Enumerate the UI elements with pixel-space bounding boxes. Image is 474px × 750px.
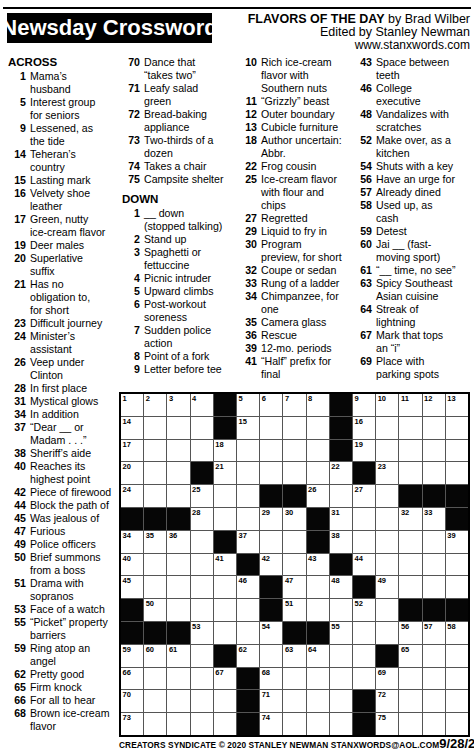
grid-cell-number: 57 bbox=[424, 622, 432, 631]
clue-number: 2 bbox=[119, 233, 144, 246]
down-clues-list-continued: 10Rich ice-cream flavor with Southern nu… bbox=[234, 56, 347, 381]
grid-cell[interactable] bbox=[283, 531, 305, 553]
grid-cell[interactable]: 42 bbox=[260, 554, 282, 576]
clue-text: Regretted bbox=[261, 212, 308, 225]
grid-cell[interactable]: 17 bbox=[121, 440, 143, 462]
grid-cell-black bbox=[423, 599, 445, 621]
clue-text: Rescue bbox=[261, 329, 297, 342]
grid-cell-number: 45 bbox=[123, 576, 131, 585]
clue-number: 17 bbox=[5, 213, 30, 239]
grid-cell[interactable] bbox=[283, 440, 305, 462]
grid-cell[interactable] bbox=[144, 576, 166, 598]
clue-text: Spaghetti or fettuccine bbox=[144, 246, 201, 272]
grid-cell[interactable] bbox=[167, 554, 189, 576]
grid-cell[interactable]: 18 bbox=[214, 440, 236, 462]
clue-down-9: 9Letter before tee bbox=[119, 363, 232, 376]
grid-cell[interactable]: 22 bbox=[330, 462, 352, 484]
clue-number: 66 bbox=[5, 694, 30, 707]
grid-cell[interactable] bbox=[376, 531, 398, 553]
grid-cell-black bbox=[237, 554, 259, 576]
grid-cell[interactable] bbox=[330, 668, 352, 690]
clue-number: 70 bbox=[119, 56, 144, 82]
clue-text: Program preview, for short bbox=[261, 238, 342, 264]
grid-cell[interactable]: 16 bbox=[353, 417, 375, 439]
grid-cell[interactable]: 28 bbox=[191, 508, 213, 530]
grid-cell[interactable] bbox=[446, 576, 468, 598]
clue-text: Detest bbox=[376, 225, 407, 238]
grid-cell[interactable] bbox=[214, 690, 236, 712]
grid-cell-number: 38 bbox=[331, 531, 339, 540]
grid-cell-number: 2 bbox=[146, 394, 150, 403]
grid-cell[interactable] bbox=[307, 576, 329, 598]
grid-cell-black bbox=[353, 690, 375, 712]
clue-number: 12 bbox=[234, 108, 261, 121]
clue-across-16: 16Velvety shoe leather bbox=[5, 187, 118, 213]
grid-cell[interactable]: 29 bbox=[260, 508, 282, 530]
grid-cell[interactable]: 61 bbox=[167, 645, 189, 667]
grid-cell[interactable] bbox=[330, 645, 352, 667]
grid-cell[interactable]: 33 bbox=[423, 508, 445, 530]
clue-number: 24 bbox=[5, 330, 30, 356]
clue-text: Rich ice-cream flavor with Southern nuts bbox=[261, 56, 332, 95]
grid-cell[interactable] bbox=[167, 417, 189, 439]
grid-cell[interactable] bbox=[191, 690, 213, 712]
grid-cell[interactable] bbox=[237, 622, 259, 644]
grid-cell[interactable] bbox=[307, 690, 329, 712]
clue-down-36: 36Rescue bbox=[234, 329, 347, 342]
grid-cell[interactable]: 46 bbox=[237, 576, 259, 598]
grid-cell[interactable] bbox=[423, 576, 445, 598]
clue-number: 75 bbox=[119, 173, 144, 186]
grid-cell[interactable] bbox=[446, 713, 468, 735]
grid-cell[interactable]: 3 bbox=[167, 394, 189, 416]
grid-cell[interactable]: 57 bbox=[423, 622, 445, 644]
clue-text: Author uncertain: Abbr. bbox=[261, 134, 342, 160]
grid-cell[interactable] bbox=[376, 440, 398, 462]
grid-cell[interactable]: 13 bbox=[446, 394, 468, 416]
grid-cell[interactable] bbox=[353, 622, 375, 644]
grid-cell-number: 52 bbox=[355, 599, 363, 608]
grid-cell[interactable]: 27 bbox=[353, 485, 375, 507]
grid-cell[interactable]: 23 bbox=[376, 462, 398, 484]
grid-cell[interactable]: 62 bbox=[237, 645, 259, 667]
grid-cell-black bbox=[307, 531, 329, 553]
clue-number: 5 bbox=[5, 96, 30, 122]
grid-cell[interactable] bbox=[376, 622, 398, 644]
grid-cell[interactable] bbox=[237, 440, 259, 462]
grid-cell[interactable] bbox=[144, 440, 166, 462]
clue-text: Jai __ (fast- moving sport) bbox=[376, 238, 440, 264]
grid-cell[interactable] bbox=[399, 462, 421, 484]
newspaper-crossword-page: Newsday Crossword FLAVORS OF THE DAY by … bbox=[0, 0, 474, 750]
grid-cell[interactable] bbox=[446, 668, 468, 690]
clue-number: 42 bbox=[5, 486, 30, 499]
grid-cell[interactable]: 64 bbox=[307, 645, 329, 667]
clue-across-47: 47Furious bbox=[5, 525, 118, 538]
grid-cell[interactable]: 45 bbox=[121, 576, 143, 598]
grid-cell[interactable] bbox=[330, 690, 352, 712]
clue-number: 47 bbox=[5, 525, 30, 538]
grid-cell[interactable]: 50 bbox=[144, 599, 166, 621]
grid-cell[interactable] bbox=[307, 599, 329, 621]
grid-cell[interactable] bbox=[446, 417, 468, 439]
grid-cell[interactable]: 48 bbox=[330, 576, 352, 598]
grid-cell[interactable]: 36 bbox=[167, 531, 189, 553]
grid-cell[interactable] bbox=[376, 554, 398, 576]
grid-cell[interactable] bbox=[446, 645, 468, 667]
grid-cell[interactable] bbox=[330, 713, 352, 735]
grid-cell[interactable]: 54 bbox=[260, 622, 282, 644]
grid-cell[interactable]: 10 bbox=[376, 394, 398, 416]
grid-cell[interactable] bbox=[283, 462, 305, 484]
grid-cell-number: 35 bbox=[146, 531, 154, 540]
clue-number: 25 bbox=[234, 173, 261, 212]
clue-number: 1 bbox=[119, 207, 144, 233]
clue-across-73: 73Two-thirds of a dozen bbox=[119, 134, 232, 160]
grid-cell[interactable] bbox=[191, 645, 213, 667]
grid-cell-number: 70 bbox=[123, 690, 131, 699]
clue-text: Picnic intruder bbox=[144, 272, 211, 285]
grid-cell-number: 17 bbox=[123, 440, 131, 449]
grid-cell-number: 67 bbox=[215, 668, 223, 677]
clue-across-51: 51Drama with sopranos bbox=[5, 577, 118, 603]
clue-across-66: 66For all to hear bbox=[5, 694, 118, 707]
grid-cell[interactable]: 7 bbox=[283, 394, 305, 416]
grid-cell[interactable] bbox=[399, 531, 421, 553]
grid-cell[interactable]: 40 bbox=[121, 554, 143, 576]
clue-text: Lasting mark bbox=[30, 174, 91, 187]
grid-cell-number: 58 bbox=[447, 622, 455, 631]
grid-cell[interactable] bbox=[330, 485, 352, 507]
grid-cell[interactable] bbox=[399, 713, 421, 735]
grid-cell-black bbox=[446, 485, 468, 507]
grid-cell[interactable] bbox=[167, 462, 189, 484]
clue-text: Lessened, as the tide bbox=[30, 122, 93, 148]
grid-cell-number: 43 bbox=[308, 554, 316, 563]
grid-cell[interactable] bbox=[423, 462, 445, 484]
grid-cell[interactable] bbox=[376, 508, 398, 530]
clue-text: Make over, as a kitchen bbox=[376, 134, 451, 160]
grid-cell[interactable] bbox=[191, 599, 213, 621]
grid-cell[interactable]: 25 bbox=[191, 485, 213, 507]
grid-cell[interactable] bbox=[446, 690, 468, 712]
grid-cell[interactable]: 53 bbox=[191, 622, 213, 644]
grid-cell[interactable]: 41 bbox=[214, 554, 236, 576]
grid-cell-number: 73 bbox=[123, 713, 131, 722]
grid-cell[interactable]: 1 bbox=[121, 394, 143, 416]
grid-cell-number: 26 bbox=[308, 485, 316, 494]
grid-cell[interactable] bbox=[167, 690, 189, 712]
grid-cell[interactable] bbox=[446, 440, 468, 462]
clue-text: Brief summons from a boss bbox=[30, 551, 101, 577]
clue-across-23: 23Difficult journey bbox=[5, 317, 118, 330]
clue-down-33: 33Rung of a ladder bbox=[234, 277, 347, 290]
grid-cell[interactable] bbox=[307, 668, 329, 690]
grid-cell[interactable] bbox=[214, 576, 236, 598]
clue-across-40: 40Reaches its highest point bbox=[5, 460, 118, 486]
clue-down-3: 3Spaghetti or fettuccine bbox=[119, 246, 232, 272]
grid-cell[interactable]: 63 bbox=[283, 645, 305, 667]
grid-cell[interactable] bbox=[330, 599, 352, 621]
grid-cell[interactable] bbox=[144, 668, 166, 690]
grid-cell-black bbox=[144, 622, 166, 644]
grid-cell[interactable]: 65 bbox=[399, 645, 421, 667]
grid-cell-number: 12 bbox=[424, 394, 432, 403]
grid-cell[interactable]: 21 bbox=[214, 462, 236, 484]
grid-cell[interactable]: 35 bbox=[144, 531, 166, 553]
clue-text: Brown ice-cream flavor bbox=[30, 707, 109, 733]
grid-cell[interactable] bbox=[353, 531, 375, 553]
grid-cell[interactable]: 11 bbox=[399, 394, 421, 416]
grid-cell[interactable]: 47 bbox=[283, 576, 305, 598]
grid-cell[interactable]: 70 bbox=[121, 690, 143, 712]
grid-cell[interactable] bbox=[191, 417, 213, 439]
grid-cell[interactable] bbox=[191, 440, 213, 462]
clue-down-30: 30Program preview, for short bbox=[234, 238, 347, 264]
grid-cell-black bbox=[167, 508, 189, 530]
grid-cell-number: 32 bbox=[401, 508, 409, 517]
grid-cell[interactable] bbox=[167, 599, 189, 621]
grid-cell[interactable]: 56 bbox=[399, 622, 421, 644]
grid-cell[interactable] bbox=[353, 508, 375, 530]
grid-cell[interactable] bbox=[144, 462, 166, 484]
grid-cell[interactable] bbox=[307, 417, 329, 439]
grid-cell[interactable]: 59 bbox=[121, 645, 143, 667]
clue-number: 44 bbox=[5, 499, 30, 512]
clue-across-14: 14Teheran’s country bbox=[5, 148, 118, 174]
grid-cell[interactable]: 8 bbox=[307, 394, 329, 416]
grid-cell[interactable] bbox=[237, 485, 259, 507]
byline-block: FLAVORS OF THE DAY by Brad Wilber Edited… bbox=[248, 13, 470, 52]
grid-cell-number: 63 bbox=[285, 645, 293, 654]
clue-text: Interest group for seniors bbox=[30, 96, 95, 122]
grid-cell[interactable] bbox=[144, 485, 166, 507]
grid-cell[interactable] bbox=[423, 417, 445, 439]
grid-cell[interactable] bbox=[167, 668, 189, 690]
grid-cell[interactable] bbox=[167, 440, 189, 462]
clue-number: 58 bbox=[349, 199, 376, 225]
grid-cell[interactable]: 30 bbox=[283, 508, 305, 530]
grid-cell[interactable]: 12 bbox=[423, 394, 445, 416]
grid-cell[interactable]: 71 bbox=[260, 690, 282, 712]
grid-cell[interactable] bbox=[167, 713, 189, 735]
grid-cell[interactable] bbox=[283, 417, 305, 439]
grid-cell[interactable]: 51 bbox=[283, 599, 305, 621]
grid-cell[interactable] bbox=[260, 417, 282, 439]
grid-cell[interactable]: 14 bbox=[121, 417, 143, 439]
clue-text: Teheran’s country bbox=[30, 148, 76, 174]
grid-cell[interactable] bbox=[376, 485, 398, 507]
website-link[interactable]: www.stanxwords.com bbox=[248, 39, 470, 52]
grid-cell[interactable] bbox=[399, 417, 421, 439]
clue-text: “Dear __ or Madam . . .” bbox=[30, 421, 87, 447]
clue-text: In addition bbox=[30, 408, 79, 421]
grid-cell[interactable]: 5 bbox=[237, 394, 259, 416]
grid-cell[interactable]: 60 bbox=[144, 645, 166, 667]
grid-cell[interactable]: 67 bbox=[214, 668, 236, 690]
clue-text: Space between teeth bbox=[376, 56, 449, 82]
clue-number: 69 bbox=[349, 355, 376, 381]
grid-cell[interactable]: 73 bbox=[121, 713, 143, 735]
grid-cell[interactable] bbox=[399, 440, 421, 462]
grid-cell[interactable]: 4 bbox=[191, 394, 213, 416]
grid-cell[interactable] bbox=[191, 713, 213, 735]
clue-text: Mama’s husband bbox=[30, 70, 71, 96]
grid-cell[interactable] bbox=[283, 668, 305, 690]
grid-cell[interactable]: 66 bbox=[121, 668, 143, 690]
grid-cell[interactable] bbox=[214, 713, 236, 735]
clue-text: Point of a fork bbox=[144, 350, 209, 363]
grid-cell[interactable] bbox=[283, 713, 305, 735]
grid-cell-number: 18 bbox=[215, 440, 223, 449]
grid-cell[interactable] bbox=[307, 462, 329, 484]
grid-cell[interactable]: 9 bbox=[353, 394, 375, 416]
grid-cell[interactable]: 72 bbox=[376, 690, 398, 712]
grid-cell[interactable] bbox=[423, 668, 445, 690]
grid-cell[interactable] bbox=[423, 554, 445, 576]
grid-cell[interactable] bbox=[283, 554, 305, 576]
grid-cell[interactable] bbox=[214, 599, 236, 621]
grid-cell[interactable] bbox=[167, 485, 189, 507]
grid-cell[interactable] bbox=[399, 690, 421, 712]
grid-cell-number: 23 bbox=[378, 462, 386, 471]
grid-cell[interactable]: 31 bbox=[330, 508, 352, 530]
grid-cell[interactable]: 75 bbox=[376, 713, 398, 735]
down-clues-list: 1__ down (stopped talking)2Stand up3Spag… bbox=[119, 207, 232, 376]
grid-cell[interactable]: 52 bbox=[353, 599, 375, 621]
grid-cell[interactable] bbox=[214, 622, 236, 644]
grid-cell[interactable] bbox=[144, 554, 166, 576]
clue-number: 57 bbox=[349, 186, 376, 199]
grid-cell[interactable]: 2 bbox=[144, 394, 166, 416]
grid-cell[interactable]: 49 bbox=[376, 576, 398, 598]
clue-number: 22 bbox=[234, 160, 261, 173]
grid-cell[interactable]: 38 bbox=[330, 531, 352, 553]
grid-cell[interactable]: 6 bbox=[260, 394, 282, 416]
grid-cell[interactable]: 39 bbox=[446, 531, 468, 553]
grid-cell[interactable]: 69 bbox=[376, 668, 398, 690]
grid-cell-number: 40 bbox=[123, 554, 131, 563]
puzzle-date: 9/28/20 bbox=[439, 736, 474, 750]
clue-number: 30 bbox=[234, 238, 261, 264]
grid-cell[interactable] bbox=[167, 576, 189, 598]
grid-cell[interactable] bbox=[423, 645, 445, 667]
grid-cell[interactable] bbox=[446, 462, 468, 484]
grid-cell[interactable] bbox=[191, 531, 213, 553]
grid-cell-black bbox=[330, 394, 352, 416]
grid-cell[interactable]: 58 bbox=[446, 622, 468, 644]
grid-cell[interactable] bbox=[260, 440, 282, 462]
grid-cell[interactable] bbox=[307, 713, 329, 735]
clue-across-71: 71Leafy salad green bbox=[119, 82, 232, 108]
clue-text: Mystical glows bbox=[30, 395, 98, 408]
grid-cell[interactable]: 44 bbox=[353, 554, 375, 576]
grid-cell[interactable] bbox=[283, 690, 305, 712]
grid-cell[interactable] bbox=[260, 531, 282, 553]
grid-cell-black bbox=[237, 668, 259, 690]
grid-cell[interactable] bbox=[237, 599, 259, 621]
grid-cell[interactable] bbox=[214, 508, 236, 530]
grid-cell[interactable] bbox=[237, 462, 259, 484]
grid-cell[interactable]: 74 bbox=[260, 713, 282, 735]
grid-cell[interactable] bbox=[191, 668, 213, 690]
grid-cell-number: 6 bbox=[262, 394, 266, 403]
grid-cell[interactable] bbox=[214, 485, 236, 507]
grid-cell[interactable]: 34 bbox=[121, 531, 143, 553]
grid-cell[interactable] bbox=[399, 668, 421, 690]
clue-text: Veep under Clinton bbox=[30, 356, 84, 382]
grid-cell[interactable] bbox=[376, 417, 398, 439]
clue-text: Camera glass bbox=[261, 316, 326, 329]
grid-cell-black bbox=[446, 599, 468, 621]
grid-cell-number: 46 bbox=[239, 576, 247, 585]
grid-cell[interactable] bbox=[237, 508, 259, 530]
grid-cell[interactable] bbox=[376, 599, 398, 621]
grid-cell-number: 71 bbox=[262, 690, 270, 699]
grid-cell[interactable] bbox=[144, 690, 166, 712]
grid-cell[interactable]: 19 bbox=[353, 440, 375, 462]
grid-cell[interactable] bbox=[399, 576, 421, 598]
clue-text: Post-workout soreness bbox=[144, 298, 206, 324]
grid-cell-number: 61 bbox=[169, 645, 177, 654]
grid-cell[interactable]: 37 bbox=[237, 531, 259, 553]
grid-cell[interactable] bbox=[423, 531, 445, 553]
grid-cell[interactable] bbox=[144, 713, 166, 735]
grid-cell[interactable]: 24 bbox=[121, 485, 143, 507]
clue-across-38: 38Sheriff’s aide bbox=[5, 447, 118, 460]
grid-cell-black bbox=[399, 599, 421, 621]
grid-cell[interactable] bbox=[446, 554, 468, 576]
grid-cell[interactable] bbox=[307, 440, 329, 462]
clue-across-62: 62Pretty good bbox=[5, 668, 118, 681]
grid-cell[interactable] bbox=[423, 690, 445, 712]
grid-cell[interactable] bbox=[191, 554, 213, 576]
clue-number: 5 bbox=[119, 285, 144, 298]
grid-cell-number: 72 bbox=[378, 690, 386, 699]
grid-cell[interactable] bbox=[191, 576, 213, 598]
grid-cell[interactable] bbox=[353, 668, 375, 690]
clue-down-18: 18Author uncertain: Abbr. bbox=[234, 134, 347, 160]
grid-cell-black bbox=[283, 622, 305, 644]
grid-cell-number: 53 bbox=[192, 622, 200, 631]
grid-cell[interactable]: 15 bbox=[237, 417, 259, 439]
grid-cell[interactable]: 26 bbox=[307, 485, 329, 507]
grid-cell[interactable] bbox=[260, 645, 282, 667]
clue-number: 15 bbox=[5, 174, 30, 187]
grid-cell[interactable]: 43 bbox=[307, 554, 329, 576]
grid-cell[interactable] bbox=[423, 713, 445, 735]
clue-across-49: 49Police officers bbox=[5, 538, 118, 551]
grid-cell-number: 4 bbox=[192, 394, 196, 403]
clue-text: Green, nutty ice-cream flavor bbox=[30, 213, 105, 239]
clue-number: 64 bbox=[349, 303, 376, 329]
clue-number: 54 bbox=[349, 160, 376, 173]
grid-cell-number: 5 bbox=[239, 394, 243, 403]
grid-cell[interactable]: 32 bbox=[399, 508, 421, 530]
grid-cell[interactable] bbox=[144, 417, 166, 439]
clue-number: 23 bbox=[5, 317, 30, 330]
clue-down-13: 13Cubicle furniture bbox=[234, 121, 347, 134]
grid-cell-number: 7 bbox=[285, 394, 289, 403]
grid-cell[interactable]: 55 bbox=[330, 622, 352, 644]
grid-cell[interactable]: 68 bbox=[260, 668, 282, 690]
grid-cell[interactable] bbox=[260, 462, 282, 484]
grid-cell[interactable] bbox=[423, 440, 445, 462]
grid-cell[interactable] bbox=[399, 554, 421, 576]
grid-cell[interactable] bbox=[353, 645, 375, 667]
grid-cell[interactable]: 20 bbox=[121, 462, 143, 484]
across-clues-list-continued: 70Dance that “takes two”71Leafy salad gr… bbox=[119, 56, 232, 186]
